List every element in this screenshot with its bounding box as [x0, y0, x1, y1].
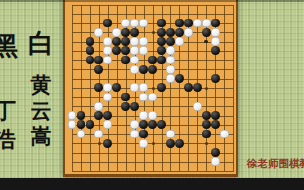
- white-stone: [130, 83, 139, 92]
- white-stone: [211, 157, 220, 166]
- black-stone: [130, 28, 139, 37]
- white-player-color-label: 白: [27, 29, 55, 57]
- white-stone: [130, 120, 139, 129]
- black-stone: [86, 37, 95, 46]
- video-frame: 黑 丁浩 白 黄云嵩 徐老师围棋教室: [0, 0, 304, 190]
- star-point: [98, 142, 101, 145]
- black-stone: [103, 139, 112, 148]
- move-marker-dot: [204, 40, 208, 44]
- white-stone: [130, 130, 139, 139]
- black-stone: [175, 74, 184, 83]
- black-stone: [175, 19, 184, 28]
- black-stone: [211, 46, 220, 55]
- white-stone: [121, 19, 130, 28]
- black-stone: [121, 56, 130, 65]
- white-stone: [148, 111, 157, 120]
- white-stone: [193, 102, 202, 111]
- board-horizontal-line: [72, 79, 234, 80]
- black-stone: [112, 37, 121, 46]
- black-stone: [139, 130, 148, 139]
- black-stone: [148, 56, 157, 65]
- black-stone: [86, 46, 95, 55]
- white-stone: [112, 28, 121, 37]
- white-stone: [139, 37, 148, 46]
- white-stone: [103, 46, 112, 55]
- white-stone: [148, 93, 157, 102]
- black-player-color-label: 黑: [0, 32, 19, 60]
- white-stone: [139, 111, 148, 120]
- white-stone: [166, 46, 175, 55]
- playback-bar: [0, 178, 304, 190]
- black-stone: [211, 74, 220, 83]
- white-stone: [68, 111, 77, 120]
- black-stone: [130, 102, 139, 111]
- white-stone: [211, 37, 220, 46]
- black-stone: [121, 93, 130, 102]
- star-point: [205, 142, 208, 145]
- black-stone: [94, 56, 103, 65]
- board-horizontal-line: [72, 14, 234, 15]
- white-stone: [103, 37, 112, 46]
- board-horizontal-line: [72, 153, 234, 154]
- frame-top-shade: [0, 0, 304, 2]
- white-stone: [103, 83, 112, 92]
- black-stone: [166, 28, 175, 37]
- white-stone: [103, 93, 112, 102]
- white-stone: [166, 65, 175, 74]
- black-stone: [166, 139, 175, 148]
- black-stone: [202, 120, 211, 129]
- white-player-name: 黄云嵩: [29, 72, 53, 149]
- white-stone: [166, 74, 175, 83]
- black-stone: [121, 46, 130, 55]
- board-horizontal-line: [72, 162, 234, 163]
- black-stone: [94, 111, 103, 120]
- black-stone: [94, 65, 103, 74]
- black-stone: [157, 37, 166, 46]
- white-stone: [94, 28, 103, 37]
- white-stone: [130, 19, 139, 28]
- white-stone: [68, 120, 77, 129]
- board-horizontal-line: [72, 42, 234, 43]
- white-stone: [139, 93, 148, 102]
- black-stone: [86, 120, 95, 129]
- black-stone: [148, 65, 157, 74]
- black-stone: [139, 65, 148, 74]
- white-stone: [130, 65, 139, 74]
- board-horizontal-line: [72, 171, 234, 172]
- black-stone: [77, 120, 86, 129]
- black-stone: [202, 130, 211, 139]
- go-board: [63, 0, 238, 177]
- white-stone: [130, 46, 139, 55]
- white-stone: [139, 139, 148, 148]
- black-stone: [193, 83, 202, 92]
- black-stone: [77, 111, 86, 120]
- white-stone: [211, 28, 220, 37]
- black-stone: [175, 139, 184, 148]
- black-stone: [184, 83, 193, 92]
- black-stone: [211, 19, 220, 28]
- white-stone: [139, 46, 148, 55]
- black-stone: [211, 120, 220, 129]
- white-stone: [175, 37, 184, 46]
- white-stone: [94, 102, 103, 111]
- white-stone: [94, 130, 103, 139]
- white-stone: [77, 130, 86, 139]
- black-stone: [202, 111, 211, 120]
- black-stone: [166, 37, 175, 46]
- black-stone: [121, 28, 130, 37]
- white-stone: [166, 130, 175, 139]
- black-stone: [157, 19, 166, 28]
- black-player-name: 丁浩: [0, 97, 17, 154]
- black-stone: [103, 19, 112, 28]
- black-stone: [157, 83, 166, 92]
- white-stone: [130, 56, 139, 65]
- white-stone: [103, 120, 112, 129]
- white-stone: [130, 37, 139, 46]
- star-point: [152, 87, 155, 90]
- black-stone: [157, 120, 166, 129]
- white-stone: [166, 56, 175, 65]
- black-stone: [157, 56, 166, 65]
- watermark-text: 徐老师围棋教室: [247, 157, 304, 171]
- black-stone: [148, 120, 157, 129]
- white-stone: [139, 19, 148, 28]
- star-point: [152, 142, 155, 145]
- black-stone: [121, 37, 130, 46]
- white-stone: [202, 19, 211, 28]
- board-horizontal-line: [72, 5, 234, 6]
- white-stone: [193, 19, 202, 28]
- black-stone: [112, 46, 121, 55]
- black-stone: [139, 120, 148, 129]
- black-stone: [94, 83, 103, 92]
- black-stone: [211, 148, 220, 157]
- white-stone: [220, 130, 229, 139]
- white-stone: [103, 56, 112, 65]
- black-stone: [175, 28, 184, 37]
- black-stone: [103, 111, 112, 120]
- white-stone: [139, 83, 148, 92]
- black-stone: [157, 28, 166, 37]
- black-stone: [112, 83, 121, 92]
- black-stone: [121, 102, 130, 111]
- star-point: [205, 87, 208, 90]
- white-stone: [184, 28, 193, 37]
- black-stone: [184, 19, 193, 28]
- black-stone: [211, 111, 220, 120]
- board-horizontal-line: [72, 51, 234, 52]
- star-point: [152, 31, 155, 34]
- black-stone: [202, 28, 211, 37]
- black-stone: [157, 46, 166, 55]
- black-stone: [86, 56, 95, 65]
